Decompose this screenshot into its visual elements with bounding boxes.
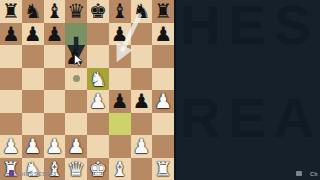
square-b2[interactable]: ♟ xyxy=(22,135,44,158)
black-bishop[interactable]: ♝ xyxy=(45,1,63,21)
watermark-text-top: HESS xyxy=(180,0,320,53)
square-f3[interactable] xyxy=(109,113,131,136)
square-a2[interactable]: ♟ xyxy=(0,135,22,158)
square-a4[interactable] xyxy=(0,90,22,113)
square-c5[interactable] xyxy=(44,68,66,91)
square-e3[interactable] xyxy=(87,113,109,136)
square-h5[interactable] xyxy=(152,68,174,91)
square-h8[interactable]: ♜ xyxy=(152,0,174,23)
square-f8[interactable]: ♝ xyxy=(109,0,131,23)
black-pawn[interactable]: ♟ xyxy=(45,24,63,44)
move-hint-dot xyxy=(73,75,80,82)
dragged-black-pawn[interactable]: ♟ xyxy=(65,46,85,68)
square-d5[interactable] xyxy=(65,68,87,91)
square-a5[interactable] xyxy=(0,68,22,91)
square-c6[interactable] xyxy=(44,45,66,68)
square-c3[interactable] xyxy=(44,113,66,136)
square-e5[interactable]: ♞ xyxy=(87,68,109,91)
black-pawn[interactable]: ♟ xyxy=(24,24,42,44)
square-e4[interactable]: ♟ xyxy=(87,90,109,113)
square-a8[interactable]: ♜ xyxy=(0,0,22,23)
black-rook[interactable]: ♜ xyxy=(154,1,172,21)
black-king[interactable]: ♚ xyxy=(89,1,107,21)
square-h3[interactable] xyxy=(152,113,174,136)
square-b6[interactable] xyxy=(22,45,44,68)
square-e8[interactable]: ♚ xyxy=(87,0,109,23)
square-a3[interactable] xyxy=(0,113,22,136)
square-b3[interactable] xyxy=(22,113,44,136)
square-c4[interactable] xyxy=(44,90,66,113)
stream-caption-bar: CHESSES343 Ch xyxy=(0,167,320,180)
square-d2[interactable]: ♟ xyxy=(65,135,87,158)
black-pawn[interactable]: ♟ xyxy=(111,24,129,44)
square-a7[interactable]: ♟ xyxy=(0,23,22,46)
black-knight[interactable]: ♞ xyxy=(132,1,150,21)
chess-board[interactable]: ♜♞♝♛♚♝♞♜♟♟♟♟♟♞♟♟♟♟♟♟♟♟♟♜♞♝♛♚♝♜ xyxy=(0,0,174,180)
square-g7[interactable] xyxy=(131,23,153,46)
square-b5[interactable] xyxy=(22,68,44,91)
white-pawn[interactable]: ♟ xyxy=(24,136,42,156)
black-pawn[interactable]: ♟ xyxy=(111,91,129,111)
square-f6[interactable] xyxy=(109,45,131,68)
white-pawn[interactable]: ♟ xyxy=(2,136,20,156)
black-rook[interactable]: ♜ xyxy=(2,1,20,21)
twitch-icon xyxy=(9,170,14,176)
white-pawn[interactable]: ♟ xyxy=(45,136,63,156)
square-g2[interactable]: ♟ xyxy=(131,135,153,158)
black-pawn[interactable]: ♟ xyxy=(2,24,20,44)
black-bishop[interactable]: ♝ xyxy=(111,1,129,21)
square-d7[interactable] xyxy=(65,23,87,46)
square-b8[interactable]: ♞ xyxy=(22,0,44,23)
square-g8[interactable]: ♞ xyxy=(131,0,153,23)
square-c7[interactable]: ♟ xyxy=(44,23,66,46)
square-a6[interactable] xyxy=(0,45,22,68)
square-g4[interactable]: ♟ xyxy=(131,90,153,113)
black-pawn[interactable]: ♟ xyxy=(154,24,172,44)
square-e6[interactable] xyxy=(87,45,109,68)
square-c8[interactable]: ♝ xyxy=(44,0,66,23)
square-d3[interactable] xyxy=(65,113,87,136)
white-pawn[interactable]: ♟ xyxy=(89,91,107,111)
square-d4[interactable] xyxy=(65,90,87,113)
square-h4[interactable]: ♟ xyxy=(152,90,174,113)
square-b4[interactable] xyxy=(22,90,44,113)
square-b7[interactable]: ♟ xyxy=(22,23,44,46)
white-pawn[interactable]: ♟ xyxy=(154,91,172,111)
black-pawn[interactable]: ♟ xyxy=(132,91,150,111)
square-f4[interactable]: ♟ xyxy=(109,90,131,113)
square-g3[interactable] xyxy=(131,113,153,136)
streamer-name-label: CHESSES343 xyxy=(17,171,56,177)
white-knight[interactable]: ♞ xyxy=(89,69,107,89)
square-d8[interactable]: ♛ xyxy=(65,0,87,23)
square-f2[interactable] xyxy=(109,135,131,158)
watermark-text-bottom: REAM xyxy=(180,90,320,146)
square-h7[interactable]: ♟ xyxy=(152,23,174,46)
white-pawn[interactable]: ♟ xyxy=(67,136,85,156)
square-c2[interactable]: ♟ xyxy=(44,135,66,158)
caption-fragment: Ch xyxy=(310,171,318,177)
square-e7[interactable] xyxy=(87,23,109,46)
black-knight[interactable]: ♞ xyxy=(24,1,42,21)
right-panel: HESS REAM xyxy=(174,0,320,180)
square-f5[interactable] xyxy=(109,68,131,91)
square-e2[interactable] xyxy=(87,135,109,158)
square-h6[interactable] xyxy=(152,45,174,68)
square-f7[interactable]: ♟ xyxy=(109,23,131,46)
square-g6[interactable] xyxy=(131,45,153,68)
square-g5[interactable] xyxy=(131,68,153,91)
white-pawn[interactable]: ♟ xyxy=(132,136,150,156)
black-queen[interactable]: ♛ xyxy=(67,1,85,21)
camera-icon xyxy=(296,171,302,176)
square-h2[interactable] xyxy=(152,135,174,158)
